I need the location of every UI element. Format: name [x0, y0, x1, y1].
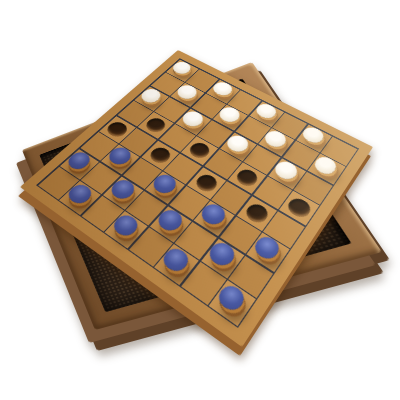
board-grid	[36, 58, 359, 328]
scene	[0, 0, 400, 400]
hole[interactable]	[193, 171, 221, 194]
peg-white[interactable]	[169, 59, 194, 76]
hole[interactable]	[186, 140, 213, 161]
checkers-board	[20, 50, 373, 347]
hole[interactable]	[233, 167, 261, 190]
board-wrap	[0, 0, 400, 400]
hole[interactable]	[243, 201, 272, 226]
